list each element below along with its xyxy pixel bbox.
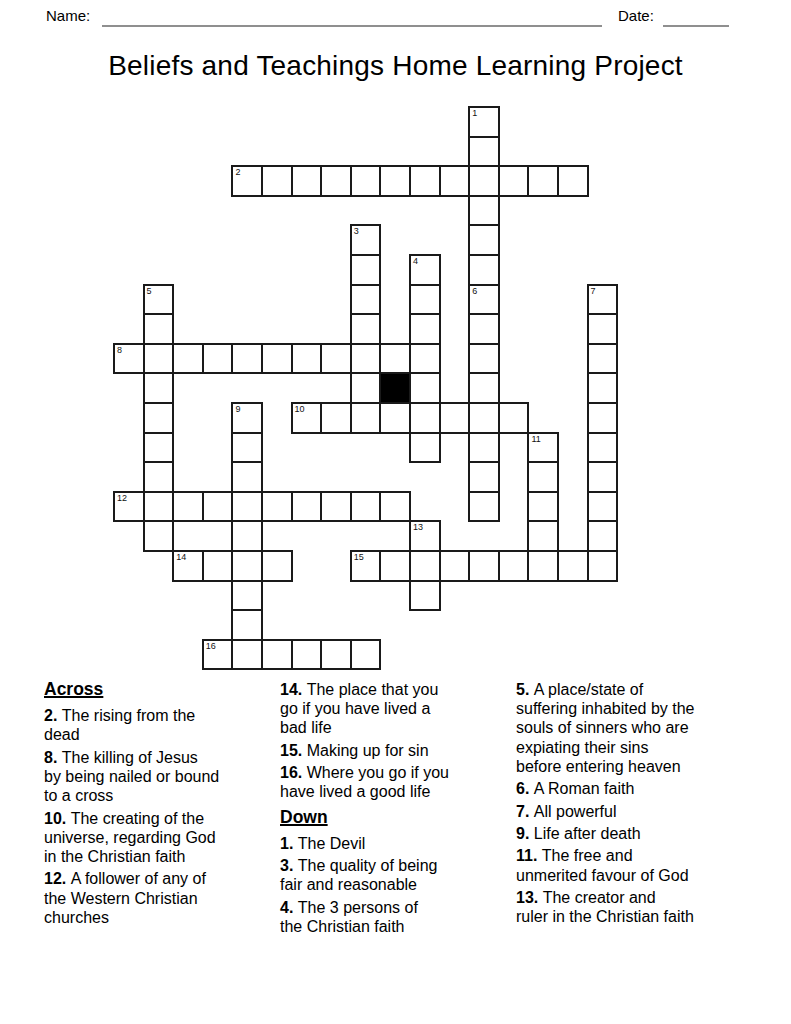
grid-cell[interactable]: [291, 343, 323, 375]
grid-cell[interactable]: [350, 402, 382, 434]
clue: 1. The Devil: [280, 834, 506, 853]
clue: 15. Making up for sin: [280, 741, 506, 760]
clue-number-label: 7.: [516, 803, 534, 820]
grid-cell[interactable]: [498, 402, 530, 434]
grid-cell[interactable]: 8: [113, 343, 145, 375]
grid-cell[interactable]: [379, 343, 411, 375]
grid-cell[interactable]: [409, 580, 441, 612]
clue: 2. The rising from the dead: [44, 706, 270, 744]
grid-cell[interactable]: [587, 461, 619, 493]
clue-number: 11: [531, 434, 540, 445]
grid-cell[interactable]: [527, 491, 559, 523]
grid-cell[interactable]: 9: [231, 402, 263, 434]
grid-cell[interactable]: [439, 550, 471, 582]
grid-cell[interactable]: [231, 550, 263, 582]
grid-cell[interactable]: [379, 402, 411, 434]
grid-cell[interactable]: [468, 343, 500, 375]
clue-number-label: 16.: [280, 764, 307, 781]
grid-cell[interactable]: [587, 372, 619, 404]
clue-number: 15: [354, 552, 364, 563]
clue: 12. A follower of any of the Western Chr…: [44, 869, 270, 927]
grid-cell[interactable]: [468, 165, 500, 197]
clue-number-label: 11.: [516, 847, 542, 864]
clue-number-label: 14.: [280, 681, 307, 698]
clue: 14. The place that you go if you have li…: [280, 680, 506, 738]
grid-cell[interactable]: [468, 461, 500, 493]
clue-number-label: 6.: [516, 780, 534, 797]
clue-column-down: 5. A place/state of suffering inhabited …: [516, 680, 742, 930]
grid-cell[interactable]: [320, 402, 352, 434]
grid-cell[interactable]: 3: [350, 224, 382, 256]
clue-list-heading: Across: [44, 680, 270, 699]
grid-cell[interactable]: [350, 491, 382, 523]
grid-cell[interactable]: [143, 372, 175, 404]
grid-cell[interactable]: 15: [350, 550, 382, 582]
grid-cell[interactable]: 13: [409, 520, 441, 552]
grid-cell[interactable]: 4: [409, 254, 441, 286]
grid-cell[interactable]: [557, 550, 589, 582]
clue-number-label: 5.: [516, 681, 534, 698]
clue: 5. A place/state of suffering inhabited …: [516, 680, 742, 776]
grid-cell[interactable]: [320, 165, 352, 197]
clue-number-label: 13.: [516, 889, 543, 906]
clue: 6. A Roman faith: [516, 779, 742, 798]
grid-cell[interactable]: [468, 224, 500, 256]
grid-cell[interactable]: [320, 343, 352, 375]
grid-cell[interactable]: [261, 343, 293, 375]
grid-cell[interactable]: [202, 343, 234, 375]
grid-cell[interactable]: [350, 284, 382, 316]
grid-cell[interactable]: [350, 343, 382, 375]
grid-cell[interactable]: [409, 402, 441, 434]
grid-cell[interactable]: 6: [468, 284, 500, 316]
grid-cell[interactable]: [379, 165, 411, 197]
clue-number: 6: [472, 286, 477, 297]
grid-cell[interactable]: [379, 550, 411, 582]
crossword-grid: 12345678910111213141516: [114, 107, 617, 669]
grid-cell[interactable]: [439, 402, 471, 434]
clue-number: 9: [235, 404, 240, 415]
grid-cell[interactable]: [231, 343, 263, 375]
grid-cell[interactable]: [439, 165, 471, 197]
clue-number-label: 10.: [44, 810, 71, 827]
grid-cell[interactable]: 12: [113, 491, 145, 523]
grid-cell[interactable]: 11: [527, 432, 559, 464]
grid-cell[interactable]: [143, 313, 175, 345]
grid-cell[interactable]: [527, 550, 559, 582]
grid-cell[interactable]: [143, 402, 175, 434]
grid-cell[interactable]: [261, 491, 293, 523]
grid-cell[interactable]: [409, 284, 441, 316]
grid-cell[interactable]: [143, 520, 175, 552]
clue-number: 5: [147, 286, 152, 297]
blocked-cell: [379, 372, 411, 404]
date-blank-line[interactable]: [663, 5, 729, 27]
clue-number: 3: [354, 226, 359, 237]
clue: 16. Where you go if you have lived a goo…: [280, 763, 506, 801]
grid-cell[interactable]: [231, 491, 263, 523]
clue: 11. The free and unmerited favour of God: [516, 846, 742, 884]
clue-number-label: 2.: [44, 707, 62, 724]
grid-cell[interactable]: [231, 609, 263, 641]
grid-cell[interactable]: [261, 165, 293, 197]
grid-cell[interactable]: [261, 639, 293, 671]
grid-cell[interactable]: [587, 313, 619, 345]
clue: 10. The creating of the universe, regard…: [44, 809, 270, 867]
grid-cell[interactable]: [468, 313, 500, 345]
grid-cell[interactable]: [587, 402, 619, 434]
clue-number: 2: [235, 167, 240, 178]
grid-cell[interactable]: [261, 550, 293, 582]
grid-cell[interactable]: [468, 136, 500, 168]
date-label: Date:: [618, 7, 654, 24]
grid-cell[interactable]: [527, 520, 559, 552]
grid-cell[interactable]: [557, 165, 589, 197]
grid-cell[interactable]: [143, 432, 175, 464]
clue-column-across: Across2. The rising from the dead8. The …: [44, 680, 270, 930]
clue: 13. The creator and ruler in the Christi…: [516, 888, 742, 926]
grid-cell[interactable]: [202, 550, 234, 582]
grid-cell[interactable]: [202, 491, 234, 523]
clue-number-label: 8.: [44, 749, 62, 766]
grid-cell[interactable]: [498, 165, 530, 197]
grid-cell[interactable]: [320, 639, 352, 671]
clue-column-middle: 14. The place that you go if you have li…: [280, 680, 506, 939]
clue: 9. Life after death: [516, 824, 742, 843]
grid-cell[interactable]: [587, 520, 619, 552]
clue-number-label: 9.: [516, 825, 534, 842]
clue: 8. The killing of Jesus by being nailed …: [44, 748, 270, 806]
grid-cell[interactable]: [409, 343, 441, 375]
grid-cell[interactable]: [468, 432, 500, 464]
grid-cell[interactable]: [291, 165, 323, 197]
grid-cell[interactable]: [468, 372, 500, 404]
grid-cell[interactable]: [587, 491, 619, 523]
grid-cell[interactable]: [231, 432, 263, 464]
clue-number: 14: [176, 552, 186, 563]
grid-cell[interactable]: [587, 432, 619, 464]
grid-cell[interactable]: 1: [468, 106, 500, 138]
clue: 7. All powerful: [516, 802, 742, 821]
grid-cell[interactable]: [587, 550, 619, 582]
grid-cell[interactable]: [143, 491, 175, 523]
grid-cell[interactable]: [231, 520, 263, 552]
grid-cell[interactable]: [350, 313, 382, 345]
grid-cell[interactable]: [409, 550, 441, 582]
grid-cell[interactable]: [291, 639, 323, 671]
grid-cell[interactable]: 2: [231, 165, 263, 197]
clue-number: 8: [117, 345, 122, 356]
grid-cell[interactable]: [143, 343, 175, 375]
grid-cell[interactable]: [409, 313, 441, 345]
clue-list-heading: Down: [280, 808, 506, 827]
grid-cell[interactable]: [409, 165, 441, 197]
clue-number-label: 3.: [280, 857, 298, 874]
grid-cell[interactable]: [143, 461, 175, 493]
grid-cell[interactable]: [527, 165, 559, 197]
grid-cell[interactable]: [468, 195, 500, 227]
grid-cell[interactable]: [350, 372, 382, 404]
grid-cell[interactable]: [468, 254, 500, 286]
clue-number: 7: [591, 286, 596, 297]
clue: 4. The 3 persons of the Christian faith: [280, 898, 506, 936]
clue-number: 1: [472, 108, 477, 119]
grid-cell[interactable]: [468, 491, 500, 523]
grid-cell[interactable]: 7: [587, 284, 619, 316]
grid-cell[interactable]: 10: [291, 402, 323, 434]
grid-cell[interactable]: [379, 491, 411, 523]
grid-cell[interactable]: [172, 491, 204, 523]
clue-number: 12: [117, 493, 127, 504]
grid-cell[interactable]: [498, 550, 530, 582]
grid-cell[interactable]: [231, 639, 263, 671]
clue-number: 4: [413, 256, 418, 267]
grid-cell[interactable]: [172, 343, 204, 375]
clue-number-label: 1.: [280, 835, 298, 852]
grid-cell[interactable]: [527, 461, 559, 493]
clue-number: 16: [206, 641, 216, 652]
clue-number-label: 4.: [280, 899, 298, 916]
grid-cell[interactable]: [320, 491, 352, 523]
grid-cell[interactable]: [231, 461, 263, 493]
grid-cell[interactable]: 5: [143, 284, 175, 316]
name-blank-line[interactable]: [102, 5, 602, 27]
clue: 3. The quality of being fair and reasona…: [280, 856, 506, 894]
grid-cell[interactable]: [587, 343, 619, 375]
grid-cell[interactable]: [350, 165, 382, 197]
page-title: Beliefs and Teachings Home Learning Proj…: [0, 50, 791, 82]
name-label: Name:: [46, 7, 90, 24]
grid-cell[interactable]: [291, 491, 323, 523]
grid-cell[interactable]: 14: [172, 550, 204, 582]
clue-number-label: 12.: [44, 870, 71, 887]
grid-cell[interactable]: [468, 550, 500, 582]
header-form-row: Name: Date:: [0, 5, 791, 29]
grid-cell[interactable]: [350, 639, 382, 671]
grid-cell[interactable]: [409, 432, 441, 464]
grid-cell[interactable]: [468, 402, 500, 434]
grid-cell[interactable]: [231, 580, 263, 612]
clue-number: 10: [295, 404, 305, 415]
grid-cell[interactable]: 16: [202, 639, 234, 671]
grid-cell[interactable]: [409, 372, 441, 404]
grid-cell[interactable]: [350, 254, 382, 286]
clue-number: 13: [413, 522, 423, 533]
clue-number-label: 15.: [280, 742, 307, 759]
